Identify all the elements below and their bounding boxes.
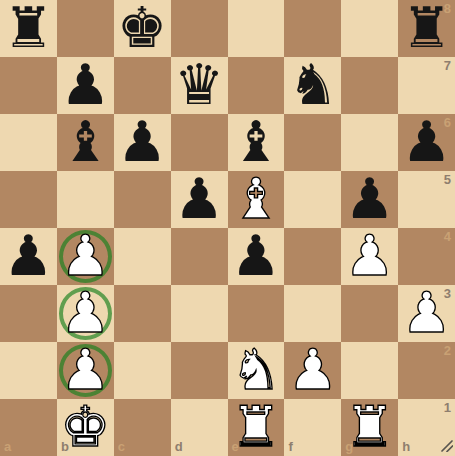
black-pawn[interactable]: ♟ xyxy=(117,113,167,170)
square-b3[interactable]: ♟ xyxy=(57,285,114,342)
square-d8[interactable] xyxy=(171,0,228,57)
square-c4[interactable] xyxy=(114,228,171,285)
square-c8[interactable]: ♚ xyxy=(114,0,171,57)
file-label-h: h xyxy=(402,440,410,453)
square-f4[interactable] xyxy=(284,228,341,285)
rank-label-2: 2 xyxy=(444,344,451,357)
square-e4[interactable]: ♟ xyxy=(228,228,285,285)
white-pawn[interactable]: ♟ xyxy=(60,284,110,341)
square-a1[interactable]: a xyxy=(0,399,57,456)
square-a4[interactable]: ♟ xyxy=(0,228,57,285)
chess-board: ♜♚♜8♟♛♞7♝♟♝♟6♟♝♟5♟♟♟♟4♟♟3♟♞♟2a♚bcd♜ef♜gh… xyxy=(0,0,455,456)
rank-label-8: 8 xyxy=(444,2,451,15)
file-label-b: b xyxy=(61,440,69,453)
square-g5[interactable]: ♟ xyxy=(341,171,398,228)
square-f8[interactable] xyxy=(284,0,341,57)
square-h8[interactable]: ♜8 xyxy=(398,0,455,57)
rank-label-5: 5 xyxy=(444,173,451,186)
square-b2[interactable]: ♟ xyxy=(57,342,114,399)
rank-label-4: 4 xyxy=(444,230,451,243)
white-pawn[interactable]: ♟ xyxy=(60,341,110,398)
square-f7[interactable]: ♞ xyxy=(284,57,341,114)
square-d6[interactable] xyxy=(171,114,228,171)
black-queen[interactable]: ♛ xyxy=(174,56,224,113)
white-pawn[interactable]: ♟ xyxy=(60,227,110,284)
square-a2[interactable] xyxy=(0,342,57,399)
square-f6[interactable] xyxy=(284,114,341,171)
square-h3[interactable]: ♟3 xyxy=(398,285,455,342)
file-label-f: f xyxy=(288,440,292,453)
square-g7[interactable] xyxy=(341,57,398,114)
square-b7[interactable]: ♟ xyxy=(57,57,114,114)
square-e8[interactable] xyxy=(228,0,285,57)
square-f1[interactable]: f xyxy=(284,399,341,456)
square-e7[interactable] xyxy=(228,57,285,114)
rank-label-3: 3 xyxy=(444,287,451,300)
black-rook[interactable]: ♜ xyxy=(3,0,53,56)
square-f2[interactable]: ♟ xyxy=(284,342,341,399)
square-f5[interactable] xyxy=(284,171,341,228)
black-bishop[interactable]: ♝ xyxy=(231,113,281,170)
square-e6[interactable]: ♝ xyxy=(228,114,285,171)
rank-label-7: 7 xyxy=(444,59,451,72)
square-h5[interactable]: 5 xyxy=(398,171,455,228)
black-king[interactable]: ♚ xyxy=(117,0,167,56)
square-g6[interactable] xyxy=(341,114,398,171)
square-c7[interactable] xyxy=(114,57,171,114)
square-c1[interactable]: c xyxy=(114,399,171,456)
square-d7[interactable]: ♛ xyxy=(171,57,228,114)
square-b4[interactable]: ♟ xyxy=(57,228,114,285)
square-a5[interactable] xyxy=(0,171,57,228)
square-h2[interactable]: 2 xyxy=(398,342,455,399)
rank-label-1: 1 xyxy=(444,401,451,414)
black-knight[interactable]: ♞ xyxy=(288,56,338,113)
square-d2[interactable] xyxy=(171,342,228,399)
file-label-c: c xyxy=(118,440,125,453)
square-b1[interactable]: ♚b xyxy=(57,399,114,456)
square-b6[interactable]: ♝ xyxy=(57,114,114,171)
file-label-g: g xyxy=(345,440,353,453)
square-e1[interactable]: ♜e xyxy=(228,399,285,456)
square-g4[interactable]: ♟ xyxy=(341,228,398,285)
white-bishop[interactable]: ♝ xyxy=(231,170,281,227)
square-a3[interactable] xyxy=(0,285,57,342)
square-a8[interactable]: ♜ xyxy=(0,0,57,57)
square-b8[interactable] xyxy=(57,0,114,57)
square-g3[interactable] xyxy=(341,285,398,342)
black-bishop[interactable]: ♝ xyxy=(60,113,110,170)
square-e3[interactable] xyxy=(228,285,285,342)
white-pawn[interactable]: ♟ xyxy=(345,227,395,284)
square-h4[interactable]: 4 xyxy=(398,228,455,285)
square-d3[interactable] xyxy=(171,285,228,342)
file-label-e: e xyxy=(232,440,239,453)
black-pawn[interactable]: ♟ xyxy=(231,227,281,284)
square-c3[interactable] xyxy=(114,285,171,342)
square-b5[interactable] xyxy=(57,171,114,228)
white-pawn[interactable]: ♟ xyxy=(288,341,338,398)
square-a6[interactable] xyxy=(0,114,57,171)
square-d4[interactable] xyxy=(171,228,228,285)
square-e2[interactable]: ♞ xyxy=(228,342,285,399)
white-knight[interactable]: ♞ xyxy=(231,341,281,398)
black-pawn[interactable]: ♟ xyxy=(3,227,53,284)
square-h7[interactable]: 7 xyxy=(398,57,455,114)
square-g2[interactable] xyxy=(341,342,398,399)
chess-board-grid: ♜♚♜8♟♛♞7♝♟♝♟6♟♝♟5♟♟♟♟4♟♟3♟♞♟2a♚bcd♜ef♜gh… xyxy=(0,0,455,453)
square-d1[interactable]: d xyxy=(171,399,228,456)
black-pawn[interactable]: ♟ xyxy=(345,170,395,227)
square-g1[interactable]: ♜g xyxy=(341,399,398,456)
square-d5[interactable]: ♟ xyxy=(171,171,228,228)
square-h6[interactable]: ♟6 xyxy=(398,114,455,171)
rank-label-6: 6 xyxy=(444,116,451,129)
resize-handle-icon[interactable] xyxy=(441,440,453,452)
square-a7[interactable] xyxy=(0,57,57,114)
square-g8[interactable] xyxy=(341,0,398,57)
square-f3[interactable] xyxy=(284,285,341,342)
black-pawn[interactable]: ♟ xyxy=(174,170,224,227)
square-c5[interactable] xyxy=(114,171,171,228)
black-pawn[interactable]: ♟ xyxy=(60,56,110,113)
file-label-d: d xyxy=(175,440,183,453)
square-c6[interactable]: ♟ xyxy=(114,114,171,171)
square-c2[interactable] xyxy=(114,342,171,399)
file-label-a: a xyxy=(4,440,11,453)
square-e5[interactable]: ♝ xyxy=(228,171,285,228)
